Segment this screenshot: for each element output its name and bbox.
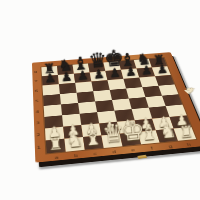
square-e4[interactable] [112, 99, 132, 111]
chess-set: ♜♞♝♛♚♝♞♜♟♟♟♟♟♟♟♟♟♟♟♟♟♟♟♟♜♞♝♛♚♝♞♜ abcdefg… [32, 52, 200, 162]
brass-clasp [137, 155, 147, 159]
square-e7[interactable]: ♟ [105, 70, 123, 80]
square-e5[interactable] [110, 89, 129, 100]
file-label-f: f [142, 146, 162, 152]
file-label-g: g [161, 144, 181, 150]
file-label-a: a [47, 155, 67, 161]
piece-white-rook[interactable]: ♜ [176, 123, 195, 140]
square-b1[interactable]: ♞ [64, 137, 84, 152]
piece-black-pawn[interactable]: ♟ [106, 66, 123, 80]
square-d4[interactable] [95, 100, 114, 112]
board-grid: ♜♞♝♛♚♝♞♜♟♟♟♟♟♟♟♟♟♟♟♟♟♟♟♟♜♞♝♛♚♝♞♜ [41, 58, 196, 154]
file-label-d: d [104, 149, 124, 155]
rank-label-7: 7 [34, 77, 37, 87]
file-label-b: b [66, 153, 86, 159]
square-b4[interactable] [61, 103, 80, 115]
square-a4[interactable] [44, 104, 62, 116]
rank-label-8: 8 [34, 68, 37, 77]
piece-black-pawn[interactable]: ♟ [74, 69, 91, 83]
square-b5[interactable] [60, 93, 78, 105]
square-d1[interactable]: ♛ [101, 134, 122, 148]
piece-white-king[interactable]: ♚ [120, 117, 141, 145]
square-a1[interactable]: ♜ [46, 139, 66, 154]
piece-white-bishop[interactable]: ♝ [139, 121, 159, 144]
rank-label-6: 6 [35, 86, 39, 96]
file-label-e: e [123, 147, 143, 153]
piece-black-pawn[interactable]: ♟ [122, 65, 139, 79]
piece-white-knight[interactable]: ♞ [158, 121, 178, 141]
piece-white-queen[interactable]: ♛ [102, 121, 123, 147]
square-g1[interactable]: ♞ [156, 129, 178, 143]
square-e1[interactable]: ♚ [120, 132, 141, 146]
square-c1[interactable]: ♝ [83, 135, 104, 149]
piece-black-pawn[interactable]: ♟ [138, 64, 155, 77]
square-f6[interactable] [123, 78, 142, 89]
rank-label-2: 2 [36, 129, 40, 142]
rank-label-5: 5 [35, 96, 39, 107]
rank-labels: 87654321 [34, 68, 41, 155]
file-label-h: h [179, 142, 199, 148]
piece-white-knight-fallen[interactable]: ♞ [179, 85, 199, 96]
rank-label-3: 3 [36, 117, 40, 129]
file-label-c: c [85, 151, 105, 157]
square-a6[interactable] [42, 84, 59, 95]
board-frame: ♜♞♝♛♚♝♞♜♟♟♟♟♟♟♟♟♟♟♟♟♟♟♟♟♜♞♝♛♚♝♞♜ abcdefg… [32, 52, 200, 162]
square-f1[interactable]: ♝ [138, 130, 160, 144]
piece-white-rook[interactable]: ♜ [45, 135, 66, 153]
square-h1[interactable]: ♜ [174, 127, 197, 141]
piece-white-knight[interactable]: ♞ [64, 130, 85, 151]
rank-label-4: 4 [36, 106, 40, 117]
piece-black-pawn[interactable]: ♟ [41, 71, 58, 85]
piece-black-pawn[interactable]: ♟ [90, 67, 107, 81]
piece-black-pawn[interactable]: ♟ [58, 70, 75, 84]
rank-label-1: 1 [37, 141, 41, 154]
square-c5[interactable] [77, 91, 95, 103]
piece-white-bishop[interactable]: ♝ [83, 126, 104, 149]
piece-black-pawn[interactable]: ♟ [154, 62, 171, 75]
